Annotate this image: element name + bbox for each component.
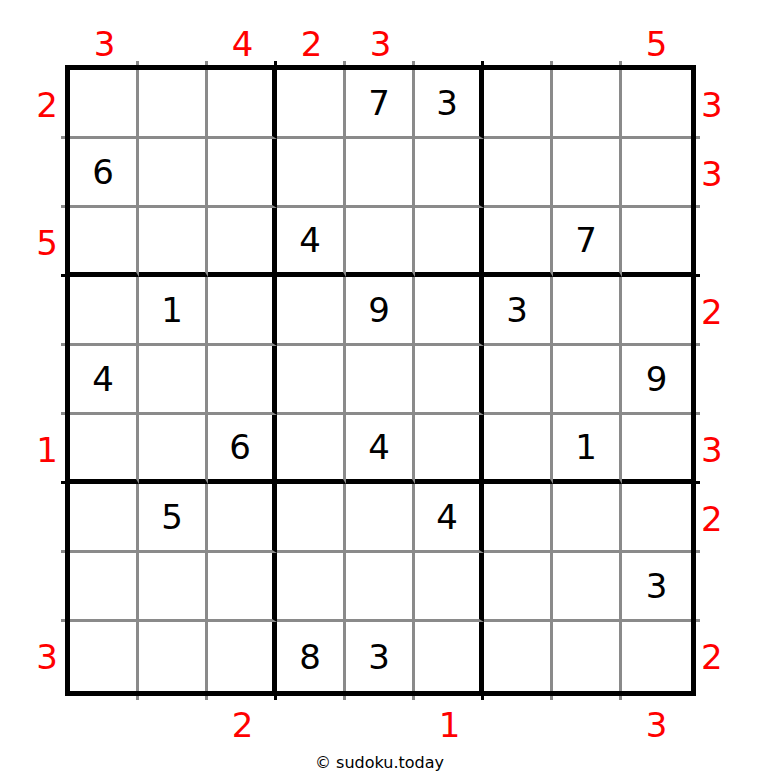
cell-r4c3[interactable] [208, 277, 277, 346]
cell-r3c6[interactable] [415, 208, 484, 277]
cell-r1c3[interactable] [208, 70, 277, 139]
cell-r3c7[interactable] [484, 208, 553, 277]
grid-tick [205, 696, 208, 700]
clue-left-2 [0, 139, 65, 208]
cell-r5c1[interactable]: 4 [70, 346, 139, 415]
cell-r9c5[interactable]: 3 [346, 622, 415, 691]
clue-left-5 [0, 346, 65, 415]
clue-right-2: 3 [696, 139, 758, 208]
clue-top-8 [553, 0, 622, 65]
cell-r6c2[interactable] [139, 415, 208, 484]
clue-bottom-4 [277, 696, 346, 745]
cell-r1c5[interactable]: 7 [346, 70, 415, 139]
grid-tick [550, 696, 553, 700]
clue-bottom-2 [139, 696, 208, 745]
cell-r9c9[interactable] [622, 622, 691, 691]
cell-r6c3[interactable]: 6 [208, 415, 277, 484]
cell-r5c4[interactable] [277, 346, 346, 415]
cell-r8c9[interactable]: 3 [622, 553, 691, 622]
cell-r5c6[interactable] [415, 346, 484, 415]
cell-r5c2[interactable] [139, 346, 208, 415]
cell-r2c3[interactable] [208, 139, 277, 208]
cell-r1c4[interactable] [277, 70, 346, 139]
clue-bottom-9: 3 [622, 696, 691, 745]
clue-left-6: 1 [0, 415, 65, 484]
clue-top-7 [484, 0, 553, 65]
cell-r2c4[interactable] [277, 139, 346, 208]
grid-tick [61, 412, 65, 415]
grid-tick [274, 696, 277, 700]
grid-tick [274, 61, 277, 65]
grid-tick [61, 274, 65, 277]
clue-top-1: 3 [70, 0, 139, 65]
cell-r8c8[interactable] [553, 553, 622, 622]
grid-tick [619, 61, 622, 65]
grid-tick [696, 412, 700, 415]
grid-tick [696, 205, 700, 208]
cell-r9c1[interactable] [70, 622, 139, 691]
clue-right-6: 3 [696, 415, 758, 484]
cell-r8c2[interactable] [139, 553, 208, 622]
clues-top: 34235 [70, 0, 691, 65]
cell-r7c8[interactable] [553, 484, 622, 553]
sudoku-board: 736471934964154383 [65, 65, 696, 696]
grid-tick [61, 343, 65, 346]
cell-r6c8[interactable]: 1 [553, 415, 622, 484]
cell-r1c7[interactable] [484, 70, 553, 139]
clues-right: 332322 [696, 70, 758, 691]
cell-r3c9[interactable] [622, 208, 691, 277]
cell-r4c8[interactable] [553, 277, 622, 346]
cell-r1c1[interactable] [70, 70, 139, 139]
cell-r7c2[interactable]: 5 [139, 484, 208, 553]
cell-r5c9[interactable]: 9 [622, 346, 691, 415]
grid-tick [136, 696, 139, 700]
clue-left-9: 3 [0, 622, 65, 691]
cell-r2c8[interactable] [553, 139, 622, 208]
grid-tick [136, 61, 139, 65]
cell-r4c9[interactable] [622, 277, 691, 346]
clue-top-6 [415, 0, 484, 65]
grid-tick [619, 696, 622, 700]
cell-r5c3[interactable] [208, 346, 277, 415]
cell-r5c7[interactable] [484, 346, 553, 415]
cell-r2c9[interactable] [622, 139, 691, 208]
cell-r4c5[interactable]: 9 [346, 277, 415, 346]
grid-tick [412, 61, 415, 65]
grid-tick [205, 61, 208, 65]
clue-right-3 [696, 208, 758, 277]
clue-bottom-1 [70, 696, 139, 745]
cell-r9c8[interactable] [553, 622, 622, 691]
clue-top-4: 2 [277, 0, 346, 65]
cell-r8c1[interactable] [70, 553, 139, 622]
cell-r8c3[interactable] [208, 553, 277, 622]
clue-left-7 [0, 484, 65, 553]
copyright-text: © sudoku.today [0, 753, 759, 772]
clue-top-2 [139, 0, 208, 65]
grid-tick [343, 696, 346, 700]
cell-r7c6[interactable]: 4 [415, 484, 484, 553]
clue-top-9: 5 [622, 0, 691, 65]
grid-tick [61, 136, 65, 139]
clue-right-7: 2 [696, 484, 758, 553]
cell-r7c4[interactable] [277, 484, 346, 553]
cell-r6c1[interactable] [70, 415, 139, 484]
cell-r4c7[interactable]: 3 [484, 277, 553, 346]
cell-r9c6[interactable] [415, 622, 484, 691]
grid-tick [696, 481, 700, 484]
clue-right-4: 2 [696, 277, 758, 346]
cell-r9c2[interactable] [139, 622, 208, 691]
cell-r9c7[interactable] [484, 622, 553, 691]
grid-tick [550, 61, 553, 65]
cell-r3c1[interactable] [70, 208, 139, 277]
grid-tick [696, 550, 700, 553]
cell-r8c5[interactable] [346, 553, 415, 622]
clue-right-1: 3 [696, 70, 758, 139]
cell-r4c6[interactable] [415, 277, 484, 346]
cell-r9c3[interactable] [208, 622, 277, 691]
cell-r3c2[interactable] [139, 208, 208, 277]
grid-tick [61, 481, 65, 484]
cell-r8c7[interactable] [484, 553, 553, 622]
grid-tick [343, 61, 346, 65]
cell-r6c9[interactable] [622, 415, 691, 484]
clues-left: 2513 [0, 70, 65, 691]
cell-r5c5[interactable] [346, 346, 415, 415]
clue-right-5 [696, 346, 758, 415]
cell-r2c1[interactable]: 6 [70, 139, 139, 208]
clue-bottom-3: 2 [208, 696, 277, 745]
clue-right-9: 2 [696, 622, 758, 691]
cell-r1c2[interactable] [139, 70, 208, 139]
cell-r7c9[interactable] [622, 484, 691, 553]
cell-r7c5[interactable] [346, 484, 415, 553]
cell-r1c6[interactable]: 3 [415, 70, 484, 139]
cell-r6c7[interactable] [484, 415, 553, 484]
cell-r4c4[interactable] [277, 277, 346, 346]
grid-tick [696, 343, 700, 346]
clue-bottom-5 [346, 696, 415, 745]
cell-r8c6[interactable] [415, 553, 484, 622]
cell-r2c2[interactable] [139, 139, 208, 208]
clues-bottom: 213 [70, 696, 691, 744]
clue-right-8 [696, 553, 758, 622]
cell-r7c1[interactable] [70, 484, 139, 553]
clue-bottom-8 [553, 696, 622, 745]
grid-tick [61, 205, 65, 208]
cell-r3c5[interactable] [346, 208, 415, 277]
cell-r6c6[interactable] [415, 415, 484, 484]
clue-left-4 [0, 277, 65, 346]
cell-r4c2[interactable]: 1 [139, 277, 208, 346]
grid-tick [61, 619, 65, 622]
cell-r8c4[interactable] [277, 553, 346, 622]
cell-r7c7[interactable] [484, 484, 553, 553]
cell-r1c8[interactable] [553, 70, 622, 139]
grid-tick [481, 696, 484, 700]
cell-r3c8[interactable]: 7 [553, 208, 622, 277]
clue-top-5: 3 [346, 0, 415, 65]
cell-r2c6[interactable] [415, 139, 484, 208]
clue-top-3: 4 [208, 0, 277, 65]
cell-r3c4[interactable]: 4 [277, 208, 346, 277]
cell-r3c3[interactable] [208, 208, 277, 277]
grid-tick [696, 619, 700, 622]
clue-left-1: 2 [0, 70, 65, 139]
cell-r6c4[interactable] [277, 415, 346, 484]
grid-tick [696, 136, 700, 139]
grid-tick [412, 696, 415, 700]
cell-r7c3[interactable] [208, 484, 277, 553]
clue-bottom-7 [484, 696, 553, 745]
clue-left-8 [0, 553, 65, 622]
cell-r4c1[interactable] [70, 277, 139, 346]
cell-r2c5[interactable] [346, 139, 415, 208]
cell-r9c4[interactable]: 8 [277, 622, 346, 691]
cell-r5c8[interactable] [553, 346, 622, 415]
clue-left-3: 5 [0, 208, 65, 277]
grid-tick [696, 274, 700, 277]
cell-r6c5[interactable]: 4 [346, 415, 415, 484]
grid-tick [61, 550, 65, 553]
grid-tick [481, 61, 484, 65]
cell-r2c7[interactable] [484, 139, 553, 208]
puzzle-page: 34235 2513 332322 213 736471934964154383… [0, 0, 759, 779]
clue-bottom-6: 1 [415, 696, 484, 745]
cell-r1c9[interactable] [622, 70, 691, 139]
